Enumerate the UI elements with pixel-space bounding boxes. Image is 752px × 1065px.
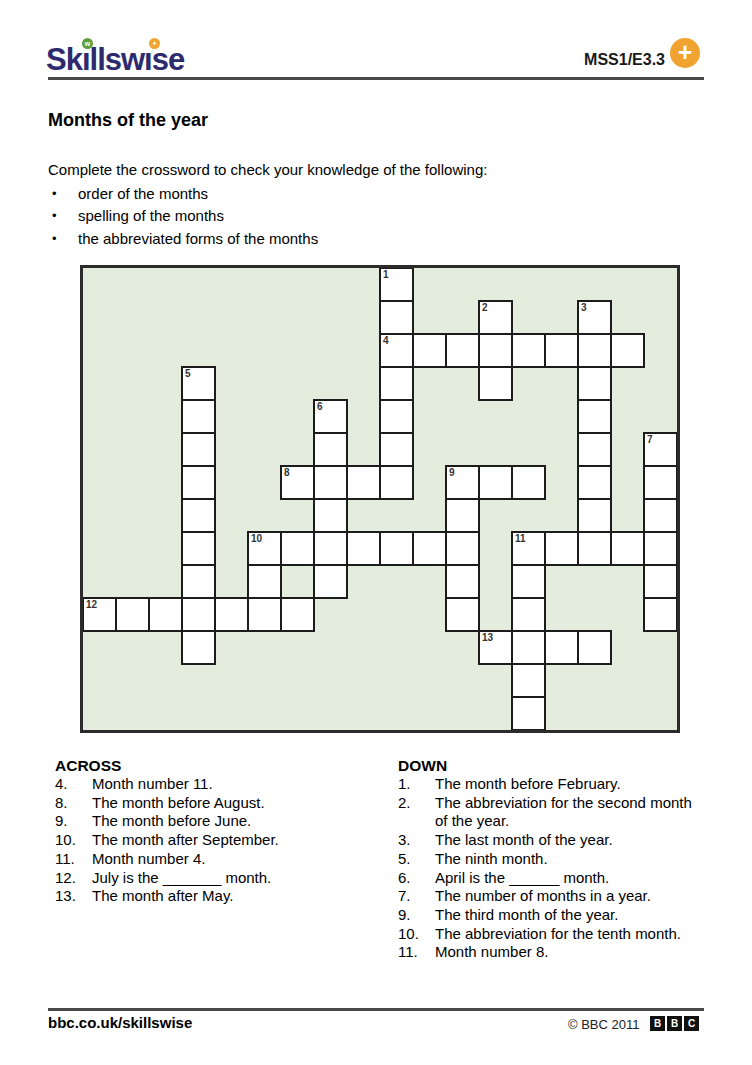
grid-cell-r8c7[interactable] <box>313 531 348 566</box>
clue-number-label: 5 <box>185 368 191 379</box>
clue-text: The last month of the year. <box>435 831 700 850</box>
clue-text: The number of months in a year. <box>435 887 700 906</box>
clue-number-label: 10 <box>251 533 262 544</box>
grid-cell-r2c11[interactable] <box>445 333 480 368</box>
down-heading: DOWN <box>398 756 700 775</box>
logo-green-dot-icon: w <box>82 38 93 49</box>
grid-cell-r3c9[interactable] <box>379 366 414 401</box>
grid-cell-r6c9[interactable] <box>379 465 414 500</box>
grid-cell-r10c2[interactable] <box>148 597 183 632</box>
bullet-item: •spelling of the months <box>48 205 318 227</box>
bullet-item: •order of the months <box>48 183 318 205</box>
down-clue-7: 7.The number of months in a year. <box>398 887 700 906</box>
clue-number: 1. <box>398 775 435 794</box>
down-clue-9: 9.The third month of the year. <box>398 906 700 925</box>
grid-cell-r7c17[interactable] <box>643 498 678 533</box>
grid-cell-r11c12[interactable]: 13 <box>478 630 513 665</box>
grid-cell-r2c14[interactable] <box>544 333 579 368</box>
bullet-item: •the abbreviated forms of the months <box>48 228 318 250</box>
across-clue-13: 13.The month after May. <box>55 887 385 906</box>
grid-cell-r6c8[interactable] <box>346 465 381 500</box>
down-clue-6: 6.April is the ______ month. <box>398 869 700 888</box>
grid-cell-r8c3[interactable] <box>181 531 216 566</box>
grid-cell-r10c1[interactable] <box>115 597 150 632</box>
grid-cell-r6c11[interactable]: 9 <box>445 465 480 500</box>
grid-cell-r2c16[interactable] <box>610 333 645 368</box>
grid-cell-r7c11[interactable] <box>445 498 480 533</box>
bullet-text: the abbreviated forms of the months <box>78 228 318 250</box>
clue-number-label: 2 <box>482 302 488 313</box>
bullet-icon: • <box>48 205 78 227</box>
across-clue-list: 4.Month number 11.8.The month before Aug… <box>55 775 385 906</box>
bbc-logo: BBC <box>650 1016 699 1031</box>
grid-cell-r2c12[interactable] <box>478 333 513 368</box>
clue-text: The month before June. <box>92 812 385 831</box>
clue-text: The third month of the year. <box>435 906 700 925</box>
bullet-text: order of the months <box>78 183 208 205</box>
grid-cell-r10c17[interactable] <box>643 597 678 632</box>
bullet-text: spelling of the months <box>78 205 224 227</box>
intro-text: Complete the crossword to check your kno… <box>48 160 487 179</box>
down-clue-list: 1.The month before February.2.The abbrev… <box>398 775 700 962</box>
grid-cell-r5c7[interactable] <box>313 432 348 467</box>
clue-number: 11. <box>55 850 92 869</box>
grid-cell-r8c13[interactable]: 11 <box>511 531 546 566</box>
grid-cell-r2c13[interactable] <box>511 333 546 368</box>
clue-number: 5. <box>398 850 435 869</box>
grid-cell-r5c17[interactable]: 7 <box>643 432 678 467</box>
grid-cell-r11c13[interactable] <box>511 630 546 665</box>
skillswise-logo: Skıllswıse w + <box>46 44 184 80</box>
clue-text: The abbreviation for the tenth month. <box>435 925 700 944</box>
clue-text: Month number 11. <box>92 775 385 794</box>
clue-number: 9. <box>398 906 435 925</box>
clue-number-label: 9 <box>449 467 455 478</box>
grid-cell-r8c14[interactable] <box>544 531 579 566</box>
crossword-board: 12345678910111213 <box>80 265 680 733</box>
bbc-block-letter: C <box>684 1016 699 1031</box>
grid-cell-r10c13[interactable] <box>511 597 546 632</box>
clue-number-label: 1 <box>383 269 389 280</box>
grid-cell-r2c9[interactable]: 4 <box>379 333 414 368</box>
clue-number: 12. <box>55 869 92 888</box>
grid-cell-r9c3[interactable] <box>181 564 216 599</box>
clue-number: 3. <box>398 831 435 850</box>
copyright-text: © BBC 2011 <box>568 1017 640 1032</box>
clue-number: 13. <box>55 887 92 906</box>
footer-divider <box>48 1008 704 1011</box>
down-clue-5: 5.The ninth month. <box>398 850 700 869</box>
clue-text: The month after September. <box>92 831 385 850</box>
clue-number-label: 11 <box>515 533 526 544</box>
grid-cell-r3c12[interactable] <box>478 366 513 401</box>
clue-number-label: 6 <box>317 401 323 412</box>
clue-number-label: 12 <box>86 599 97 610</box>
across-clue-11: 11.Month number 4. <box>55 850 385 869</box>
across-heading: ACROSS <box>55 756 385 775</box>
page-title: Months of the year <box>48 110 208 130</box>
grid-cell-r6c12[interactable] <box>478 465 513 500</box>
clue-number: 4. <box>55 775 92 794</box>
grid-cell-r4c15[interactable] <box>577 399 612 434</box>
skillswise-logo-text: Skıllswıse <box>46 42 184 77</box>
clue-number-label: 8 <box>284 467 290 478</box>
across-clue-12: 12.July is the _______ month. <box>55 869 385 888</box>
grid-cell-r6c3[interactable] <box>181 465 216 500</box>
grid-cell-r8c5[interactable]: 10 <box>247 531 282 566</box>
bullet-icon: • <box>48 228 78 250</box>
clue-text: The ninth month. <box>435 850 700 869</box>
grid-cell-r8c10[interactable] <box>412 531 447 566</box>
grid-cell-r9c7[interactable] <box>313 564 348 599</box>
grid-cell-r12c13[interactable] <box>511 663 546 698</box>
clue-text: The month before February. <box>435 775 700 794</box>
logo-orange-dot-icon: + <box>149 38 160 49</box>
across-clue-8: 8.The month before August. <box>55 794 385 813</box>
clue-number-label: 4 <box>383 335 389 346</box>
clue-text: The month after May. <box>92 887 385 906</box>
curriculum-code: MSS1/E3.3 <box>584 51 665 69</box>
plus-icon[interactable]: + <box>670 38 700 68</box>
clue-number: 9. <box>55 812 92 831</box>
clue-number: 8. <box>55 794 92 813</box>
clue-number: 10. <box>55 831 92 850</box>
clue-number-label: 3 <box>581 302 587 313</box>
grid-cell-r7c7[interactable] <box>313 498 348 533</box>
down-clue-10: 10.The abbreviation for the tenth month. <box>398 925 700 944</box>
grid-cell-r6c17[interactable] <box>643 465 678 500</box>
clue-text: April is the ______ month. <box>435 869 700 888</box>
grid-cell-r1c15[interactable]: 3 <box>577 300 612 335</box>
clue-number: 2. <box>398 794 435 831</box>
grid-cell-r8c8[interactable] <box>346 531 381 566</box>
clue-text: Month number 4. <box>92 850 385 869</box>
grid-cell-r6c15[interactable] <box>577 465 612 500</box>
grid-cell-r0c9[interactable]: 1 <box>379 267 414 302</box>
across-clue-9: 9.The month before June. <box>55 812 385 831</box>
grid-cell-r9c13[interactable] <box>511 564 546 599</box>
grid-cell-r5c15[interactable] <box>577 432 612 467</box>
worksheet-page: Skıllswıse w + MSS1/E3.3 + Months of the… <box>0 0 752 1065</box>
clue-number: 11. <box>398 943 435 962</box>
grid-cell-r10c5[interactable] <box>247 597 282 632</box>
bbc-block-letter: B <box>650 1016 665 1031</box>
grid-cell-r8c16[interactable] <box>610 531 645 566</box>
grid-cell-r9c11[interactable] <box>445 564 480 599</box>
intro-bullet-list: •order of the months•spelling of the mon… <box>48 183 318 250</box>
down-clue-1: 1.The month before February. <box>398 775 700 794</box>
down-clues-section: DOWN 1.The month before February.2.The a… <box>398 756 700 962</box>
grid-cell-r4c9[interactable] <box>379 399 414 434</box>
grid-cell-r6c6[interactable]: 8 <box>280 465 315 500</box>
bullet-icon: • <box>48 183 78 205</box>
grid-cell-r8c9[interactable] <box>379 531 414 566</box>
down-clue-2: 2.The abbreviation for the second month … <box>398 794 700 831</box>
grid-cell-r8c17[interactable] <box>643 531 678 566</box>
clue-number: 7. <box>398 887 435 906</box>
bbc-block-letter: B <box>667 1016 682 1031</box>
down-clue-11: 11.Month number 8. <box>398 943 700 962</box>
grid-cell-r10c4[interactable] <box>214 597 249 632</box>
footer-site-url: bbc.co.uk/skillswise <box>48 1014 192 1031</box>
grid-cell-r4c3[interactable] <box>181 399 216 434</box>
grid-cell-r3c3[interactable]: 5 <box>181 366 216 401</box>
clue-text: July is the _______ month. <box>92 869 385 888</box>
grid-cell-r11c14[interactable] <box>544 630 579 665</box>
grid-cell-r2c10[interactable] <box>412 333 447 368</box>
grid-cell-r8c15[interactable] <box>577 531 612 566</box>
clue-text: The abbreviation for the second month of… <box>435 794 700 831</box>
grid-cell-r7c15[interactable] <box>577 498 612 533</box>
across-clue-4: 4.Month number 11. <box>55 775 385 794</box>
grid-cell-r3c15[interactable] <box>577 366 612 401</box>
grid-cell-r8c6[interactable] <box>280 531 315 566</box>
clue-text: The month before August. <box>92 794 385 813</box>
grid-cell-r1c12[interactable]: 2 <box>478 300 513 335</box>
grid-cell-r11c3[interactable] <box>181 630 216 665</box>
grid-cell-r10c0[interactable]: 12 <box>82 597 117 632</box>
header-divider <box>48 77 704 80</box>
across-clue-10: 10.The month after September. <box>55 831 385 850</box>
grid-cell-r5c9[interactable] <box>379 432 414 467</box>
grid-cell-r13c13[interactable] <box>511 696 546 731</box>
grid-cell-r7c3[interactable] <box>181 498 216 533</box>
grid-cell-r2c15[interactable] <box>577 333 612 368</box>
grid-cell-r9c5[interactable] <box>247 564 282 599</box>
grid-cell-r5c3[interactable] <box>181 432 216 467</box>
down-clue-3: 3.The last month of the year. <box>398 831 700 850</box>
clue-number-label: 7 <box>647 434 653 445</box>
grid-cell-r6c7[interactable] <box>313 465 348 500</box>
grid-cell-r4c7[interactable]: 6 <box>313 399 348 434</box>
grid-cell-r8c11[interactable] <box>445 531 480 566</box>
clue-number: 6. <box>398 869 435 888</box>
clue-number-label: 13 <box>482 632 493 643</box>
grid-cell-r10c3[interactable] <box>181 597 216 632</box>
grid-cell-r10c6[interactable] <box>280 597 315 632</box>
grid-cell-r1c9[interactable] <box>379 300 414 335</box>
grid-cell-r10c11[interactable] <box>445 597 480 632</box>
clue-text: Month number 8. <box>435 943 700 962</box>
grid-cell-r11c15[interactable] <box>577 630 612 665</box>
grid-cell-r6c13[interactable] <box>511 465 546 500</box>
across-clues-section: ACROSS 4.Month number 11.8.The month bef… <box>55 756 385 906</box>
clue-number: 10. <box>398 925 435 944</box>
grid-cell-r9c17[interactable] <box>643 564 678 599</box>
